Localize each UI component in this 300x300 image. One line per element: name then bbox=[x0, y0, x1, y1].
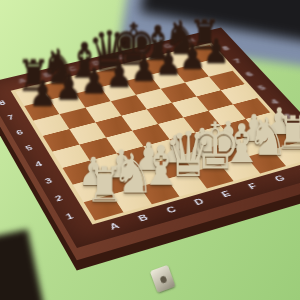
clasp-latch-icon bbox=[142, 260, 187, 300]
rank-label-6: 6 bbox=[15, 128, 25, 136]
file-label-g: G bbox=[273, 174, 287, 184]
rank-label-4: 4 bbox=[33, 160, 43, 169]
black-pawn: ♟ bbox=[10, 76, 76, 111]
rank-label-8: 8 bbox=[0, 99, 7, 107]
foreground-dark-object bbox=[0, 229, 47, 300]
file-label-f: F bbox=[246, 182, 258, 191]
file-label-c: C bbox=[164, 205, 177, 215]
rank-label-7: 7 bbox=[6, 113, 16, 121]
file-label-a: A bbox=[108, 221, 121, 231]
chessboard: ♜♞♝♛♚♝♞♜♟♟♟♟♟♟♟♟♟♟♟♟♟♟♟♟♜♞♝♛♚♝♞♜ 8765432… bbox=[0, 27, 300, 248]
file-label-e: E bbox=[219, 189, 232, 199]
file-label-b: B bbox=[136, 213, 149, 223]
file-label-h: H bbox=[299, 166, 300, 175]
chessboard-photo-scene: ♜♞♝♛♚♝♞♜♟♟♟♟♟♟♟♟♟♟♟♟♟♟♟♟♜♞♝♛♚♝♞♜ 8765432… bbox=[0, 0, 300, 300]
square-a1: ♜ bbox=[84, 194, 124, 220]
rank-label-3: 3 bbox=[43, 176, 53, 185]
white-rook: ♜ bbox=[68, 161, 141, 209]
rank-label-1: 1 bbox=[64, 211, 75, 221]
file-label-d: D bbox=[192, 197, 205, 207]
rank-label-right-6: 6 bbox=[244, 71, 254, 78]
rank-label-2: 2 bbox=[53, 194, 64, 203]
board-squares: ♜♞♝♛♚♝♞♜♟♟♟♟♟♟♟♟♟♟♟♟♟♟♟♟♜♞♝♛♚♝♞♜ bbox=[16, 45, 300, 221]
rank-label-right-5: 5 bbox=[256, 84, 267, 91]
rank-label-5: 5 bbox=[24, 144, 34, 152]
